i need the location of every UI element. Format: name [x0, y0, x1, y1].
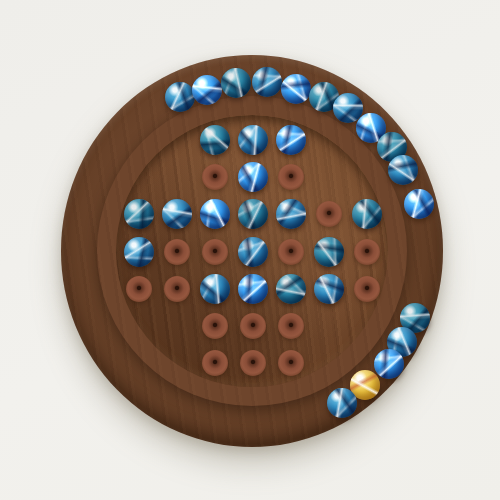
- rim-marble-11-blue: [404, 189, 434, 219]
- marble-r2c4[interactable]: [238, 162, 268, 192]
- hole-r6c3[interactable]: [202, 313, 228, 339]
- hole-r4c5[interactable]: [278, 239, 304, 265]
- marble-r4c6[interactable]: [314, 237, 344, 267]
- game-title: Peg solitaire (marble solitaire) on a ro…: [0, 0, 1, 1]
- marble-r3c3[interactable]: [200, 199, 230, 229]
- hole-r2c3[interactable]: [202, 164, 228, 190]
- rim-marble-2-blue: [192, 75, 222, 105]
- hole-r7c5[interactable]: [278, 350, 304, 376]
- hole-r4c2[interactable]: [164, 239, 190, 265]
- marble-r5c3[interactable]: [200, 274, 230, 304]
- marble-r3c7[interactable]: [352, 199, 382, 229]
- marble-r1c5[interactable]: [276, 125, 306, 155]
- hole-r5c7[interactable]: [354, 276, 380, 302]
- hole-r5c1[interactable]: [126, 276, 152, 302]
- hole-r7c3[interactable]: [202, 350, 228, 376]
- scene: Peg solitaire (marble solitaire) on a ro…: [0, 0, 500, 500]
- marble-r4c4[interactable]: [238, 237, 268, 267]
- rim-marble-1-blue: [165, 82, 195, 112]
- marble-r5c6[interactable]: [314, 274, 344, 304]
- hole-r2c5[interactable]: [278, 164, 304, 190]
- hole-r6c5[interactable]: [278, 313, 304, 339]
- rim-marble-14-blue: [374, 349, 404, 379]
- rim-marble-16-blue: [327, 388, 357, 418]
- rim-marble-3-blue: [221, 68, 251, 98]
- hole-r7c4[interactable]: [240, 350, 266, 376]
- marble-r5c5[interactable]: [276, 274, 306, 304]
- rim-marble-4-blue: [252, 67, 282, 97]
- marble-r1c3[interactable]: [200, 125, 230, 155]
- hole-r4c3[interactable]: [202, 239, 228, 265]
- marble-r3c4[interactable]: [238, 199, 268, 229]
- marble-r3c2[interactable]: [162, 199, 192, 229]
- marble-r4c1[interactable]: [124, 237, 154, 267]
- hole-r6c4[interactable]: [240, 313, 266, 339]
- marble-r1c4[interactable]: [238, 125, 268, 155]
- hole-r3c6[interactable]: [316, 201, 342, 227]
- marble-r5c4[interactable]: [238, 274, 268, 304]
- hole-r5c2[interactable]: [164, 276, 190, 302]
- rim-marble-5-blue: [281, 74, 311, 104]
- hole-r4c7[interactable]: [354, 239, 380, 265]
- rim-marble-10-blue: [388, 155, 418, 185]
- marble-r3c1[interactable]: [124, 199, 154, 229]
- marble-r3c5[interactable]: [276, 199, 306, 229]
